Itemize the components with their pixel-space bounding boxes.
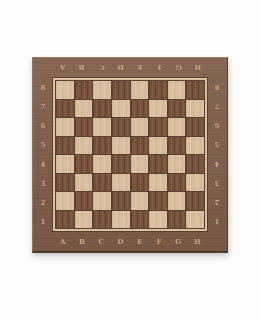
- square-h1[interactable]: [186, 211, 204, 229]
- square-g3[interactable]: [168, 174, 186, 192]
- file-label-g: G: [169, 235, 188, 248]
- square-a8[interactable]: [56, 81, 74, 99]
- square-g6[interactable]: [168, 118, 186, 136]
- bottom-file-labels: ABCDEFGH: [53, 235, 207, 248]
- rank-label-6: 6: [207, 116, 227, 135]
- rank-label-5: 5: [33, 135, 53, 154]
- square-h8[interactable]: [186, 81, 204, 99]
- rank-label-7: 7: [33, 97, 53, 116]
- square-f5[interactable]: [149, 137, 167, 155]
- square-a2[interactable]: [56, 192, 74, 210]
- file-label-f: F: [149, 235, 168, 248]
- square-c4[interactable]: [93, 155, 111, 173]
- board-inlay-frame: [53, 78, 207, 231]
- file-label-b: B: [72, 61, 91, 74]
- chess-board: ABCDEFGH ABCDEFGH 87654321 87654321: [32, 57, 228, 253]
- square-d1[interactable]: [112, 211, 130, 229]
- square-a7[interactable]: [56, 100, 74, 118]
- square-f1[interactable]: [149, 211, 167, 229]
- rank-label-2: 2: [207, 193, 227, 212]
- square-f4[interactable]: [149, 155, 167, 173]
- square-d5[interactable]: [112, 137, 130, 155]
- square-a3[interactable]: [56, 174, 74, 192]
- square-h3[interactable]: [186, 174, 204, 192]
- file-label-c: C: [92, 61, 111, 74]
- square-f3[interactable]: [149, 174, 167, 192]
- rank-label-1: 1: [33, 212, 53, 231]
- board-grid: [55, 80, 205, 229]
- square-a1[interactable]: [56, 211, 74, 229]
- rank-label-1: 1: [207, 212, 227, 231]
- square-g2[interactable]: [168, 192, 186, 210]
- square-d4[interactable]: [112, 155, 130, 173]
- square-a6[interactable]: [56, 118, 74, 136]
- square-h5[interactable]: [186, 137, 204, 155]
- square-c1[interactable]: [93, 211, 111, 229]
- square-f7[interactable]: [149, 100, 167, 118]
- square-c7[interactable]: [93, 100, 111, 118]
- square-e4[interactable]: [131, 155, 149, 173]
- file-label-d: D: [111, 235, 130, 248]
- square-f2[interactable]: [149, 192, 167, 210]
- file-label-e: E: [130, 61, 149, 74]
- file-label-f: F: [149, 61, 168, 74]
- square-e2[interactable]: [131, 192, 149, 210]
- square-e5[interactable]: [131, 137, 149, 155]
- square-d6[interactable]: [112, 118, 130, 136]
- square-e6[interactable]: [131, 118, 149, 136]
- file-label-d: D: [111, 61, 130, 74]
- square-a4[interactable]: [56, 155, 74, 173]
- square-g7[interactable]: [168, 100, 186, 118]
- rank-label-4: 4: [33, 155, 53, 174]
- square-e8[interactable]: [131, 81, 149, 99]
- square-f6[interactable]: [149, 118, 167, 136]
- square-e1[interactable]: [131, 211, 149, 229]
- square-f8[interactable]: [149, 81, 167, 99]
- square-g1[interactable]: [168, 211, 186, 229]
- square-b7[interactable]: [75, 100, 93, 118]
- square-d7[interactable]: [112, 100, 130, 118]
- square-h6[interactable]: [186, 118, 204, 136]
- square-d8[interactable]: [112, 81, 130, 99]
- file-label-a: A: [53, 235, 72, 248]
- rank-label-6: 6: [33, 116, 53, 135]
- rank-label-8: 8: [33, 78, 53, 97]
- square-c5[interactable]: [93, 137, 111, 155]
- square-g8[interactable]: [168, 81, 186, 99]
- square-b1[interactable]: [75, 211, 93, 229]
- file-label-g: G: [169, 61, 188, 74]
- square-b8[interactable]: [75, 81, 93, 99]
- square-b2[interactable]: [75, 192, 93, 210]
- product-photo-background: ABCDEFGH ABCDEFGH 87654321 87654321: [0, 0, 260, 320]
- rank-label-3: 3: [33, 174, 53, 193]
- square-d2[interactable]: [112, 192, 130, 210]
- square-e7[interactable]: [131, 100, 149, 118]
- rank-label-7: 7: [207, 97, 227, 116]
- right-rank-labels: 87654321: [207, 78, 227, 231]
- square-g5[interactable]: [168, 137, 186, 155]
- file-label-b: B: [72, 235, 91, 248]
- top-file-labels: ABCDEFGH: [53, 61, 207, 74]
- square-c3[interactable]: [93, 174, 111, 192]
- rank-label-8: 8: [207, 78, 227, 97]
- square-b3[interactable]: [75, 174, 93, 192]
- square-h7[interactable]: [186, 100, 204, 118]
- square-c2[interactable]: [93, 192, 111, 210]
- rank-label-4: 4: [207, 155, 227, 174]
- rank-label-5: 5: [207, 135, 227, 154]
- square-h4[interactable]: [186, 155, 204, 173]
- file-label-h: H: [188, 61, 207, 74]
- square-d3[interactable]: [112, 174, 130, 192]
- square-g4[interactable]: [168, 155, 186, 173]
- file-label-h: H: [188, 235, 207, 248]
- square-a5[interactable]: [56, 137, 74, 155]
- square-b4[interactable]: [75, 155, 93, 173]
- left-rank-labels: 87654321: [33, 78, 53, 231]
- file-label-a: A: [53, 61, 72, 74]
- square-c6[interactable]: [93, 118, 111, 136]
- square-e3[interactable]: [131, 174, 149, 192]
- rank-label-2: 2: [33, 193, 53, 212]
- square-b5[interactable]: [75, 137, 93, 155]
- file-label-c: C: [92, 235, 111, 248]
- square-h2[interactable]: [186, 192, 204, 210]
- file-label-e: E: [130, 235, 149, 248]
- square-b6[interactable]: [75, 118, 93, 136]
- square-c8[interactable]: [93, 81, 111, 99]
- rank-label-3: 3: [207, 174, 227, 193]
